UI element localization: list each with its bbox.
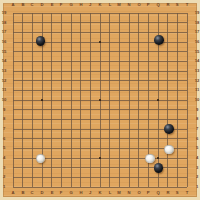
- coord-label-top-S: S: [176, 2, 179, 6]
- coord-label-left-1: 1: [3, 185, 5, 189]
- grid-line-vertical-M: [119, 13, 120, 187]
- star-point-Q10: [157, 99, 159, 101]
- coord-label-bottom-Q: Q: [156, 190, 159, 194]
- coord-label-left-15: 15: [2, 50, 6, 54]
- coord-label-bottom-M: M: [118, 190, 121, 194]
- coord-label-top-P: P: [147, 2, 150, 6]
- grid-line-horizontal-6: [13, 138, 187, 139]
- coord-label-left-12: 12: [2, 79, 6, 83]
- stone-white-d4[interactable]: [36, 154, 46, 164]
- coord-label-top-C: C: [31, 2, 34, 6]
- coord-label-left-6: 6: [3, 137, 5, 141]
- stone-black-q3[interactable]: [154, 163, 164, 173]
- grid-line-vertical-N: [129, 13, 130, 187]
- coord-label-right-11: 11: [194, 88, 198, 92]
- coord-label-top-D: D: [41, 2, 44, 6]
- coord-label-bottom-B: B: [21, 190, 24, 194]
- coord-label-left-8: 8: [3, 117, 5, 121]
- grid-line-horizontal-7: [13, 129, 187, 130]
- coord-label-right-19: 19: [194, 11, 198, 15]
- grid-line-vertical-R: [167, 13, 168, 187]
- grid-line-vertical-O: [138, 13, 139, 187]
- coord-label-left-11: 11: [2, 88, 6, 92]
- coord-label-left-10: 10: [2, 98, 6, 102]
- star-point-K16: [99, 41, 101, 43]
- coord-label-top-K: K: [99, 2, 102, 6]
- coord-label-right-18: 18: [194, 21, 198, 25]
- coord-label-bottom-R: R: [166, 190, 169, 194]
- coord-label-bottom-P: P: [147, 190, 150, 194]
- coord-label-top-O: O: [137, 2, 140, 6]
- coord-label-bottom-J: J: [89, 190, 91, 194]
- coord-label-left-9: 9: [3, 108, 5, 112]
- coord-label-left-16: 16: [2, 40, 6, 44]
- grid-line-horizontal-8: [13, 119, 187, 120]
- coord-label-bottom-L: L: [108, 190, 110, 194]
- coord-label-left-17: 17: [2, 30, 6, 34]
- coord-label-right-12: 12: [194, 79, 198, 83]
- coord-label-bottom-C: C: [31, 190, 34, 194]
- coord-label-left-5: 5: [3, 146, 5, 150]
- coord-label-top-E: E: [50, 2, 53, 6]
- grid-line-vertical-S: [177, 13, 178, 187]
- board-grid[interactable]: AA1919BB1818CC1717DD1616EE1515FF1414GG13…: [0, 0, 200, 200]
- star-point-K4: [99, 157, 101, 159]
- grid-line-horizontal-9: [13, 109, 187, 110]
- coord-label-top-F: F: [60, 2, 62, 6]
- coord-label-bottom-D: D: [41, 190, 44, 194]
- star-point-K10: [99, 99, 101, 101]
- coord-label-bottom-F: F: [60, 190, 62, 194]
- stone-white-p4[interactable]: [145, 154, 155, 164]
- coord-label-left-7: 7: [3, 127, 5, 131]
- stone-white-r5[interactable]: [164, 145, 174, 155]
- coord-label-left-4: 4: [3, 156, 5, 160]
- coord-label-top-Q: Q: [156, 2, 159, 6]
- coord-label-bottom-O: O: [137, 190, 140, 194]
- coord-label-right-16: 16: [194, 40, 198, 44]
- coord-label-right-15: 15: [194, 50, 198, 54]
- coord-label-right-9: 9: [195, 108, 197, 112]
- grid-line-vertical-L: [109, 13, 110, 187]
- coord-label-left-2: 2: [3, 175, 5, 179]
- coord-label-bottom-K: K: [99, 190, 102, 194]
- coord-label-right-10: 10: [194, 98, 198, 102]
- coord-label-left-13: 13: [2, 69, 6, 73]
- coord-label-top-L: L: [108, 2, 110, 6]
- coord-label-bottom-S: S: [176, 190, 179, 194]
- star-point-D10: [41, 99, 43, 101]
- coord-label-top-J: J: [89, 2, 91, 6]
- coord-label-bottom-H: H: [79, 190, 82, 194]
- coord-label-left-19: 19: [2, 11, 6, 15]
- coord-label-right-17: 17: [194, 30, 198, 34]
- coord-label-right-8: 8: [195, 117, 197, 121]
- star-point-Q4: [157, 157, 159, 159]
- coord-label-bottom-N: N: [128, 190, 131, 194]
- coord-label-left-18: 18: [2, 21, 6, 25]
- coord-label-top-M: M: [118, 2, 121, 6]
- coord-label-top-R: R: [166, 2, 169, 6]
- coord-label-top-B: B: [21, 2, 24, 6]
- coord-label-right-6: 6: [195, 137, 197, 141]
- stone-black-d16[interactable]: [36, 36, 46, 46]
- go-board: AA1919BB1818CC1717DD1616EE1515FF1414GG13…: [0, 0, 200, 200]
- coord-label-left-14: 14: [2, 59, 6, 63]
- coord-label-right-5: 5: [195, 146, 197, 150]
- coord-label-right-1: 1: [195, 185, 197, 189]
- coord-label-bottom-E: E: [50, 190, 53, 194]
- coord-label-left-3: 3: [3, 166, 5, 170]
- grid-line-horizontal-2: [13, 177, 187, 178]
- coord-label-bottom-T: T: [186, 190, 188, 194]
- coord-label-right-7: 7: [195, 127, 197, 131]
- grid-line-horizontal-5: [13, 148, 187, 149]
- stone-black-q16[interactable]: [154, 35, 164, 45]
- coord-label-right-13: 13: [194, 69, 198, 73]
- stone-black-r7[interactable]: [164, 124, 174, 134]
- coord-label-right-3: 3: [195, 166, 197, 170]
- coord-label-bottom-G: G: [69, 190, 72, 194]
- grid-line-horizontal-1: [13, 187, 187, 188]
- grid-line-vertical-T: [187, 13, 188, 187]
- coord-label-right-2: 2: [195, 175, 197, 179]
- coord-label-top-A: A: [12, 2, 15, 6]
- coord-label-top-T: T: [186, 2, 188, 6]
- coord-label-right-14: 14: [194, 59, 198, 63]
- coord-label-top-N: N: [128, 2, 131, 6]
- coord-label-top-H: H: [79, 2, 82, 6]
- coord-label-right-4: 4: [195, 156, 197, 160]
- coord-label-top-G: G: [69, 2, 72, 6]
- coord-label-bottom-A: A: [12, 190, 15, 194]
